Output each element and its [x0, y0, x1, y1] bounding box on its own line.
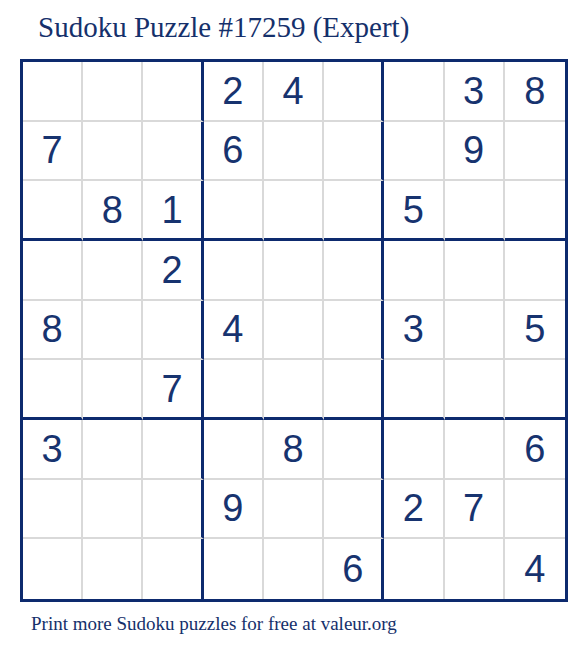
cell-r4c9[interactable] — [505, 241, 565, 301]
cell-r3c4[interactable] — [204, 181, 264, 241]
cell-r1c8[interactable]: 3 — [445, 62, 505, 122]
cell-r1c7[interactable] — [384, 62, 444, 122]
cell-r5c5[interactable] — [264, 301, 324, 361]
cell-r3c1[interactable] — [23, 181, 83, 241]
cell-r5c3[interactable] — [143, 301, 203, 361]
cell-r1c2[interactable] — [83, 62, 143, 122]
cell-r2c5[interactable] — [264, 122, 324, 182]
cell-r7c2[interactable] — [83, 420, 143, 480]
cell-r6c8[interactable] — [445, 360, 505, 420]
cell-r3c5[interactable] — [264, 181, 324, 241]
cell-r6c6[interactable] — [324, 360, 384, 420]
cell-r6c1[interactable] — [23, 360, 83, 420]
cell-r7c6[interactable] — [324, 420, 384, 480]
cell-r8c5[interactable] — [264, 480, 324, 540]
cell-r8c6[interactable] — [324, 480, 384, 540]
cell-r1c5[interactable]: 4 — [264, 62, 324, 122]
cell-r7c4[interactable] — [204, 420, 264, 480]
cell-r5c8[interactable] — [445, 301, 505, 361]
cell-r7c1[interactable]: 3 — [23, 420, 83, 480]
cell-r9c1[interactable] — [23, 539, 83, 599]
cell-r6c5[interactable] — [264, 360, 324, 420]
cell-r2c8[interactable]: 9 — [445, 122, 505, 182]
sudoku-page: Sudoku Puzzle #17259 (Expert) 2438769815… — [0, 0, 580, 651]
cell-r8c1[interactable] — [23, 480, 83, 540]
cell-r8c7[interactable]: 2 — [384, 480, 444, 540]
cell-r9c5[interactable] — [264, 539, 324, 599]
cell-r6c4[interactable] — [204, 360, 264, 420]
cell-r4c7[interactable] — [384, 241, 444, 301]
cell-r6c7[interactable] — [384, 360, 444, 420]
cell-r4c6[interactable] — [324, 241, 384, 301]
cell-r9c9[interactable]: 4 — [505, 539, 565, 599]
cell-r5c7[interactable]: 3 — [384, 301, 444, 361]
cell-r7c3[interactable] — [143, 420, 203, 480]
cell-r7c5[interactable]: 8 — [264, 420, 324, 480]
cell-r3c8[interactable] — [445, 181, 505, 241]
cell-r1c6[interactable] — [324, 62, 384, 122]
cell-r2c6[interactable] — [324, 122, 384, 182]
cell-r3c6[interactable] — [324, 181, 384, 241]
cell-r1c1[interactable] — [23, 62, 83, 122]
cell-r5c1[interactable]: 8 — [23, 301, 83, 361]
cell-r1c4[interactable]: 2 — [204, 62, 264, 122]
cell-r5c6[interactable] — [324, 301, 384, 361]
cell-r2c9[interactable] — [505, 122, 565, 182]
footer-text: Print more Sudoku puzzles for free at va… — [31, 613, 397, 635]
cell-r9c6[interactable]: 6 — [324, 539, 384, 599]
cell-r4c5[interactable] — [264, 241, 324, 301]
cell-r5c4[interactable]: 4 — [204, 301, 264, 361]
cell-r2c1[interactable]: 7 — [23, 122, 83, 182]
cell-r9c2[interactable] — [83, 539, 143, 599]
cell-r6c9[interactable] — [505, 360, 565, 420]
cell-r4c2[interactable] — [83, 241, 143, 301]
cell-r5c2[interactable] — [83, 301, 143, 361]
cell-r4c3[interactable]: 2 — [143, 241, 203, 301]
sudoku-board: 243876981528435738692764 — [20, 59, 568, 602]
cell-r8c8[interactable]: 7 — [445, 480, 505, 540]
cell-r2c2[interactable] — [83, 122, 143, 182]
cell-r7c7[interactable] — [384, 420, 444, 480]
cell-r6c3[interactable]: 7 — [143, 360, 203, 420]
cell-r3c9[interactable] — [505, 181, 565, 241]
cell-r6c2[interactable] — [83, 360, 143, 420]
cell-r4c1[interactable] — [23, 241, 83, 301]
cell-r9c8[interactable] — [445, 539, 505, 599]
cell-r2c3[interactable] — [143, 122, 203, 182]
cell-r7c9[interactable]: 6 — [505, 420, 565, 480]
cell-r2c4[interactable]: 6 — [204, 122, 264, 182]
cell-r3c3[interactable]: 1 — [143, 181, 203, 241]
cell-r9c7[interactable] — [384, 539, 444, 599]
page-title: Sudoku Puzzle #17259 (Expert) — [38, 11, 409, 44]
cell-r9c4[interactable] — [204, 539, 264, 599]
cell-r7c8[interactable] — [445, 420, 505, 480]
cell-r8c3[interactable] — [143, 480, 203, 540]
cell-r8c4[interactable]: 9 — [204, 480, 264, 540]
cell-r2c7[interactable] — [384, 122, 444, 182]
cell-r1c3[interactable] — [143, 62, 203, 122]
cell-r4c8[interactable] — [445, 241, 505, 301]
cell-r8c9[interactable] — [505, 480, 565, 540]
cell-r5c9[interactable]: 5 — [505, 301, 565, 361]
cell-r4c4[interactable] — [204, 241, 264, 301]
cell-r8c2[interactable] — [83, 480, 143, 540]
cell-r3c2[interactable]: 8 — [83, 181, 143, 241]
cell-r1c9[interactable]: 8 — [505, 62, 565, 122]
cell-r9c3[interactable] — [143, 539, 203, 599]
cell-r3c7[interactable]: 5 — [384, 181, 444, 241]
